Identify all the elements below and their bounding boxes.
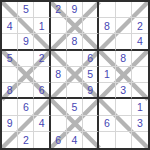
cell-r6c5[interactable]	[67, 83, 83, 99]
cell-r6c9[interactable]	[132, 83, 148, 99]
cell-r1c3[interactable]	[34, 2, 50, 18]
cell-r2c5[interactable]	[67, 18, 83, 34]
cell-r9c6[interactable]	[83, 132, 99, 148]
cell-r1c7[interactable]	[99, 2, 115, 18]
cell-r6c6[interactable]: 9	[83, 83, 99, 99]
cell-r1c1[interactable]	[2, 2, 18, 18]
cell-r5c2[interactable]	[18, 67, 34, 83]
cell-r4c6[interactable]: 6	[83, 51, 99, 67]
cell-r1c5[interactable]: 9	[67, 2, 83, 18]
cell-r4c3[interactable]: 2	[34, 51, 50, 67]
cell-r3c5[interactable]: 8	[67, 34, 83, 50]
cell-r2c4[interactable]	[51, 18, 67, 34]
cell-r5c1[interactable]	[2, 67, 18, 83]
cell-r7c6[interactable]	[83, 99, 99, 115]
cell-r7c1[interactable]	[2, 99, 18, 115]
cell-r9c5[interactable]: 4	[67, 132, 83, 148]
cell-r7c9[interactable]: 1	[132, 99, 148, 115]
cell-r1c2[interactable]: 5	[18, 2, 34, 18]
cell-r4c8[interactable]: 8	[116, 51, 132, 67]
cell-r7c4[interactable]	[51, 99, 67, 115]
cell-r1c6[interactable]	[83, 2, 99, 18]
cell-r5c3[interactable]	[34, 67, 50, 83]
cell-r7c5[interactable]: 5	[67, 99, 83, 115]
cell-r8c9[interactable]: 3	[132, 116, 148, 132]
cell-r6c8[interactable]: 3	[116, 83, 132, 99]
cell-r8c1[interactable]: 9	[2, 116, 18, 132]
cell-r4c9[interactable]	[132, 51, 148, 67]
cell-r9c4[interactable]: 6	[51, 132, 67, 148]
cell-r6c2[interactable]	[18, 83, 34, 99]
cell-r2c6[interactable]	[83, 18, 99, 34]
cell-r8c8[interactable]	[116, 116, 132, 132]
cell-r4c7[interactable]	[99, 51, 115, 67]
cell-r8c3[interactable]: 4	[34, 116, 50, 132]
cell-r9c3[interactable]	[34, 132, 50, 148]
cell-r8c4[interactable]	[51, 116, 67, 132]
cell-r6c4[interactable]	[51, 83, 67, 99]
cell-r9c1[interactable]	[2, 132, 18, 148]
cell-r5c5[interactable]	[67, 67, 83, 83]
cell-r9c8[interactable]	[116, 132, 132, 148]
cell-r4c1[interactable]: 5	[2, 51, 18, 67]
cell-r7c2[interactable]: 6	[18, 99, 34, 115]
cell-r2c2[interactable]	[18, 18, 34, 34]
cell-r5c9[interactable]	[132, 67, 148, 83]
sudoku-board: 5294182984526885186936519463264	[0, 0, 150, 150]
cell-r1c4[interactable]: 2	[51, 2, 67, 18]
cell-r6c1[interactable]: 8	[2, 83, 18, 99]
cell-r3c4[interactable]	[51, 34, 67, 50]
cell-r6c7[interactable]	[99, 83, 115, 99]
cell-r4c2[interactable]	[18, 51, 34, 67]
cell-r3c1[interactable]	[2, 34, 18, 50]
cell-r6c3[interactable]: 6	[34, 83, 50, 99]
cell-r5c6[interactable]: 5	[83, 67, 99, 83]
cell-r2c3[interactable]: 1	[34, 18, 50, 34]
sudoku-grid: 5294182984526885186936519463264	[2, 2, 148, 148]
cell-r2c7[interactable]: 8	[99, 18, 115, 34]
cell-r5c7[interactable]: 1	[99, 67, 115, 83]
cell-r2c8[interactable]	[116, 18, 132, 34]
cell-r5c4[interactable]: 8	[51, 67, 67, 83]
cell-r7c3[interactable]	[34, 99, 50, 115]
cell-r3c9[interactable]: 4	[132, 34, 148, 50]
cell-r8c5[interactable]	[67, 116, 83, 132]
cell-r3c6[interactable]	[83, 34, 99, 50]
cell-r8c7[interactable]: 6	[99, 116, 115, 132]
cell-r9c2[interactable]: 2	[18, 132, 34, 148]
cell-r7c8[interactable]	[116, 99, 132, 115]
cell-r8c2[interactable]	[18, 116, 34, 132]
cell-r7c7[interactable]	[99, 99, 115, 115]
cell-r5c8[interactable]	[116, 67, 132, 83]
cell-r8c6[interactable]	[83, 116, 99, 132]
cell-r2c9[interactable]: 2	[132, 18, 148, 34]
cell-r1c8[interactable]	[116, 2, 132, 18]
cell-r3c8[interactable]	[116, 34, 132, 50]
cell-r3c3[interactable]	[34, 34, 50, 50]
cell-r3c2[interactable]: 9	[18, 34, 34, 50]
cell-r3c7[interactable]	[99, 34, 115, 50]
cell-r4c5[interactable]	[67, 51, 83, 67]
cell-r2c1[interactable]: 4	[2, 18, 18, 34]
cell-r4c4[interactable]	[51, 51, 67, 67]
cell-r9c7[interactable]	[99, 132, 115, 148]
cell-r9c9[interactable]	[132, 132, 148, 148]
cell-r1c9[interactable]	[132, 2, 148, 18]
